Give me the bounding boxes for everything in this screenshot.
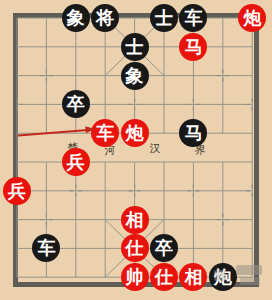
piece-red-general[interactable]: 帅: [121, 263, 149, 291]
piece-red-advisor[interactable]: 仕: [150, 263, 178, 291]
piece-red-advisor[interactable]: 仕: [121, 234, 149, 262]
piece-black-general[interactable]: 将: [91, 4, 119, 32]
xiangqi-board: 楚河汉界 象将士车炮士马象卒车炮马兵兵相车仕卒帅仕相炮: [0, 0, 272, 300]
piece-red-horse[interactable]: 马: [179, 33, 207, 61]
piece-black-elephant[interactable]: 象: [62, 4, 90, 32]
watermark: [240, 277, 260, 285]
piece-black-advisor[interactable]: 士: [150, 4, 178, 32]
watermark: [236, 265, 262, 275]
watermark: [214, 270, 226, 281]
piece-red-elephant[interactable]: 相: [121, 206, 149, 234]
piece-black-advisor[interactable]: 士: [121, 33, 149, 61]
piece-black-elephant[interactable]: 象: [121, 62, 149, 90]
piece-red-cannon[interactable]: 炮: [121, 119, 149, 147]
piece-red-soldier[interactable]: 兵: [3, 177, 31, 205]
piece-black-soldier[interactable]: 卒: [62, 90, 90, 118]
piece-red-cannon[interactable]: 炮: [238, 4, 266, 32]
piece-red-soldier[interactable]: 兵: [62, 148, 90, 176]
river-label: 汉: [150, 143, 161, 154]
